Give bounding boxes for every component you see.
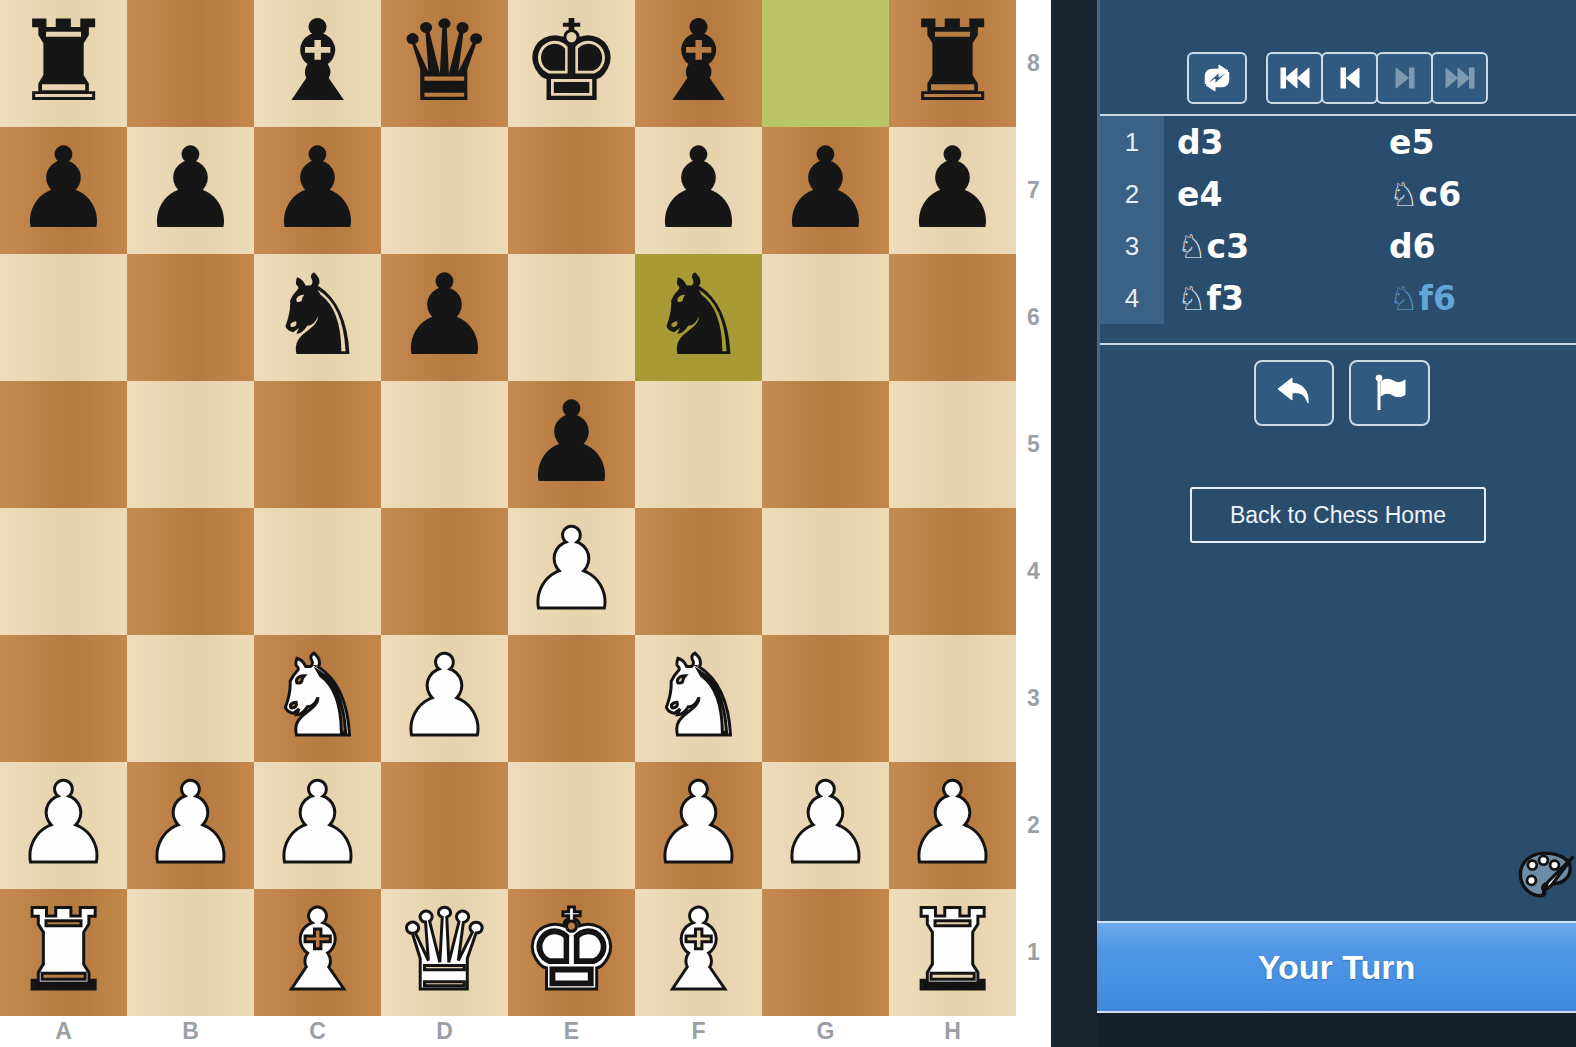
white-pawn[interactable]: ♟	[521, 513, 621, 625]
white-pawn[interactable]: ♟	[394, 640, 494, 752]
turn-status-bar: Your Turn	[1097, 921, 1576, 1013]
white-pawn[interactable]: ♟	[140, 767, 240, 879]
move-row-4: 4♘f3♘f6	[1100, 272, 1576, 324]
rank-labels: 87654321	[1016, 0, 1051, 1016]
square-c5[interactable]	[254, 381, 381, 508]
square-c7[interactable]: ♟	[254, 127, 381, 254]
black-king[interactable]: ♚	[521, 5, 621, 117]
move-number: 1	[1100, 116, 1164, 168]
black-pawn[interactable]: ♟	[140, 132, 240, 244]
square-d5[interactable]	[381, 381, 508, 508]
square-a8[interactable]: ♜	[0, 0, 127, 127]
square-c2[interactable]: ♟	[254, 762, 381, 889]
theme-palette-icon	[1517, 851, 1575, 903]
square-c6[interactable]: ♞	[254, 254, 381, 381]
file-label-e: E	[508, 1016, 635, 1047]
square-f1[interactable]: ♝	[635, 889, 762, 1016]
square-e8[interactable]: ♚	[508, 0, 635, 127]
square-b6[interactable]	[127, 254, 254, 381]
file-label-b: B	[127, 1016, 254, 1047]
rank-label-6: 6	[1016, 254, 1051, 381]
resign-button[interactable]	[1349, 360, 1430, 426]
file-labels: ABCDEFGH	[0, 1016, 1016, 1047]
square-f4[interactable]	[635, 508, 762, 635]
square-b5[interactable]	[127, 381, 254, 508]
black-pawn[interactable]: ♟	[775, 132, 875, 244]
white-rook[interactable]: ♜	[902, 894, 1002, 1006]
file-label-h: H	[889, 1016, 1016, 1047]
square-f5[interactable]	[635, 381, 762, 508]
white-king[interactable]: ♚	[521, 894, 621, 1006]
square-b4[interactable]	[127, 508, 254, 635]
square-f3[interactable]: ♞	[635, 635, 762, 762]
square-d6[interactable]: ♟	[381, 254, 508, 381]
square-f8[interactable]: ♝	[635, 0, 762, 127]
step-forward-icon	[1394, 67, 1416, 89]
square-f2[interactable]: ♟	[635, 762, 762, 889]
white-bishop[interactable]: ♝	[267, 894, 367, 1006]
square-f7[interactable]: ♟	[635, 127, 762, 254]
file-label-c: C	[254, 1016, 381, 1047]
square-g2[interactable]: ♟	[762, 762, 889, 889]
undo-arrow-icon	[1274, 376, 1314, 410]
skip-to-start-icon	[1280, 67, 1310, 89]
file-label-f: F	[635, 1016, 762, 1047]
square-h5[interactable]	[889, 381, 1016, 508]
rank-label-7: 7	[1016, 127, 1051, 254]
square-e2[interactable]	[508, 762, 635, 889]
white-knight[interactable]: ♞	[267, 640, 367, 752]
white-move[interactable]: ♘f3	[1177, 279, 1389, 318]
black-rook[interactable]: ♜	[902, 5, 1002, 117]
square-e6[interactable]	[508, 254, 635, 381]
square-g4[interactable]	[762, 508, 889, 635]
move-nav-group	[1266, 52, 1488, 104]
file-label-d: D	[381, 1016, 508, 1047]
black-pawn[interactable]: ♟	[521, 386, 621, 498]
black-pawn[interactable]: ♟	[394, 259, 494, 371]
square-c4[interactable]	[254, 508, 381, 635]
square-d3[interactable]: ♟	[381, 635, 508, 762]
move-row-3: 3♘c3d6	[1100, 220, 1576, 272]
flip-board-icon	[1200, 63, 1234, 93]
square-e4[interactable]: ♟	[508, 508, 635, 635]
white-queen[interactable]: ♛	[394, 894, 494, 1006]
black-pawn[interactable]: ♟	[902, 132, 1002, 244]
square-a1[interactable]: ♜	[0, 889, 127, 1016]
file-label-g: G	[762, 1016, 889, 1047]
black-knight[interactable]: ♞	[648, 259, 748, 371]
square-h8[interactable]: ♜	[889, 0, 1016, 127]
square-h1[interactable]: ♜	[889, 889, 1016, 1016]
square-f6[interactable]: ♞	[635, 254, 762, 381]
black-knight[interactable]: ♞	[267, 259, 367, 371]
black-pawn[interactable]: ♟	[648, 132, 748, 244]
rank-label-3: 3	[1016, 635, 1051, 762]
square-d4[interactable]	[381, 508, 508, 635]
square-d1[interactable]: ♛	[381, 889, 508, 1016]
move-number: 4	[1100, 272, 1164, 324]
black-move[interactable]: e5	[1389, 123, 1576, 162]
white-knight[interactable]: ♞	[648, 640, 748, 752]
square-a2[interactable]: ♟	[0, 762, 127, 889]
square-a4[interactable]	[0, 508, 127, 635]
square-g6[interactable]	[762, 254, 889, 381]
square-g7[interactable]: ♟	[762, 127, 889, 254]
square-e3[interactable]	[508, 635, 635, 762]
turn-status-text: Your Turn	[1258, 948, 1415, 987]
square-c1[interactable]: ♝	[254, 889, 381, 1016]
black-bishop[interactable]: ♝	[267, 5, 367, 117]
white-pawn[interactable]: ♟	[648, 767, 748, 879]
move-number: 3	[1100, 220, 1164, 272]
square-d2[interactable]	[381, 762, 508, 889]
board-zone: ♜♝♛♚♝♜♟♟♟♟♟♟♞♟♞♟♟♞♟♞♟♟♟♟♟♟♜♝♛♚♝♜ 8765432…	[0, 0, 1051, 1047]
white-rook[interactable]: ♜	[13, 894, 113, 1006]
square-g8[interactable]	[762, 0, 889, 127]
panel-footer	[1097, 1013, 1576, 1047]
rank-label-8: 8	[1016, 0, 1051, 127]
theme-palette-button[interactable]	[1517, 851, 1575, 903]
square-a7[interactable]: ♟	[0, 127, 127, 254]
black-bishop[interactable]: ♝	[648, 5, 748, 117]
square-h7[interactable]: ♟	[889, 127, 1016, 254]
game-panel: 1d3e52e4♘c63♘c3d64♘f3♘f6 Back to Chess H…	[1097, 0, 1576, 1047]
black-move[interactable]: ♘c6	[1389, 175, 1576, 214]
white-move[interactable]: d3	[1177, 123, 1389, 162]
black-pawn[interactable]: ♟	[267, 132, 367, 244]
square-h3[interactable]	[889, 635, 1016, 762]
rank-label-2: 2	[1016, 762, 1051, 889]
step-back-icon	[1339, 67, 1361, 89]
white-pawn[interactable]: ♟	[902, 767, 1002, 879]
square-d7[interactable]	[381, 127, 508, 254]
white-pawn[interactable]: ♟	[13, 767, 113, 879]
skip-to-end-button[interactable]	[1431, 52, 1488, 104]
flag-icon	[1372, 374, 1408, 412]
white-pawn[interactable]: ♟	[775, 767, 875, 879]
controls-bar	[1100, 0, 1576, 116]
skip-to-start-button[interactable]	[1266, 52, 1323, 104]
square-b2[interactable]: ♟	[127, 762, 254, 889]
move-number: 2	[1100, 168, 1164, 220]
white-move[interactable]: e4	[1177, 175, 1389, 214]
square-d8[interactable]: ♛	[381, 0, 508, 127]
square-g1[interactable]	[762, 889, 889, 1016]
square-g5[interactable]	[762, 381, 889, 508]
square-b7[interactable]: ♟	[127, 127, 254, 254]
black-rook[interactable]: ♜	[13, 5, 113, 117]
back-to-home-button[interactable]: Back to Chess Home	[1190, 487, 1486, 543]
square-g3[interactable]	[762, 635, 889, 762]
square-h6[interactable]	[889, 254, 1016, 381]
skip-to-end-icon	[1445, 67, 1475, 89]
square-e7[interactable]	[508, 127, 635, 254]
square-c8[interactable]: ♝	[254, 0, 381, 127]
white-pawn[interactable]: ♟	[267, 767, 367, 879]
move-row-2: 2e4♘c6	[1100, 168, 1576, 220]
rank-label-4: 4	[1016, 508, 1051, 635]
square-b3[interactable]	[127, 635, 254, 762]
file-label-a: A	[0, 1016, 127, 1047]
square-e1[interactable]: ♚	[508, 889, 635, 1016]
step-back-button[interactable]	[1321, 52, 1378, 104]
square-a6[interactable]	[0, 254, 127, 381]
black-pawn[interactable]: ♟	[13, 132, 113, 244]
undo-button[interactable]	[1254, 360, 1334, 426]
step-forward-button[interactable]	[1376, 52, 1433, 104]
black-queen[interactable]: ♛	[394, 5, 494, 117]
white-move[interactable]: ♘c3	[1177, 227, 1389, 266]
square-b1[interactable]	[127, 889, 254, 1016]
square-c3[interactable]: ♞	[254, 635, 381, 762]
black-move[interactable]: ♘f6	[1389, 279, 1576, 318]
move-row-1: 1d3e5	[1100, 116, 1576, 168]
chess-app: ♜♝♛♚♝♜♟♟♟♟♟♟♞♟♞♟♟♞♟♞♟♟♟♟♟♟♜♝♛♚♝♜ 8765432…	[0, 0, 1576, 1047]
chess-board[interactable]: ♜♝♛♚♝♜♟♟♟♟♟♟♞♟♞♟♟♞♟♞♟♟♟♟♟♟♜♝♛♚♝♜	[0, 0, 1016, 1016]
square-h2[interactable]: ♟	[889, 762, 1016, 889]
board-sidebar-gap	[1051, 0, 1097, 1047]
square-b8[interactable]	[127, 0, 254, 127]
black-move[interactable]: d6	[1389, 227, 1576, 266]
rank-label-1: 1	[1016, 889, 1051, 1016]
move-list: 1d3e52e4♘c63♘c3d64♘f3♘f6	[1100, 116, 1576, 324]
square-h4[interactable]	[889, 508, 1016, 635]
white-bishop[interactable]: ♝	[648, 894, 748, 1006]
rank-label-5: 5	[1016, 381, 1051, 508]
square-a3[interactable]	[0, 635, 127, 762]
square-a5[interactable]	[0, 381, 127, 508]
flip-board-button[interactable]	[1187, 52, 1247, 104]
divider	[1100, 343, 1576, 345]
square-e5[interactable]: ♟	[508, 381, 635, 508]
